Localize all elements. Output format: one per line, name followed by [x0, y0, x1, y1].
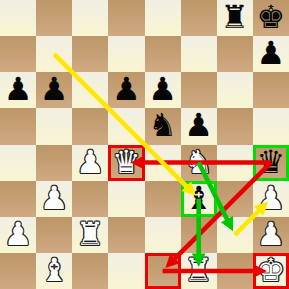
black-knight-e5[interactable]: ♞ — [148, 109, 177, 141]
chess-analysis-view: ♜♚♟♟♟♟♟♞♟♟♛♞♛♟♝♟♟♜♟♝♜♚ — [0, 0, 289, 289]
square-c4[interactable]: ♟ — [72, 145, 108, 181]
square-a7[interactable] — [0, 36, 36, 72]
square-a3[interactable] — [0, 181, 36, 217]
square-e1[interactable] — [145, 253, 181, 289]
black-queen-h4[interactable]: ♛ — [257, 146, 286, 178]
square-g4[interactable] — [217, 145, 253, 181]
square-a5[interactable] — [0, 108, 36, 144]
white-bishop-b1[interactable]: ♝ — [40, 254, 69, 286]
square-b8[interactable] — [36, 0, 72, 36]
square-h2[interactable]: ♟ — [253, 217, 289, 253]
square-g8[interactable]: ♜ — [217, 0, 253, 36]
square-f1[interactable]: ♜ — [181, 253, 217, 289]
square-e6[interactable]: ♟ — [145, 72, 181, 108]
black-pawn-d6[interactable]: ♟ — [112, 73, 141, 105]
square-f2[interactable] — [181, 217, 217, 253]
black-bishop-f3[interactable]: ♝ — [184, 182, 213, 214]
white-knight-f4[interactable]: ♞ — [184, 146, 213, 178]
square-e2[interactable] — [145, 217, 181, 253]
square-b5[interactable] — [36, 108, 72, 144]
square-h5[interactable] — [253, 108, 289, 144]
square-b7[interactable] — [36, 36, 72, 72]
square-d5[interactable] — [108, 108, 144, 144]
square-e4[interactable] — [145, 145, 181, 181]
square-b1[interactable]: ♝ — [36, 253, 72, 289]
square-c3[interactable] — [72, 181, 108, 217]
white-pawn-c4[interactable]: ♟ — [76, 146, 105, 178]
black-pawn-b6[interactable]: ♟ — [40, 73, 69, 105]
black-pawn-h7[interactable]: ♟ — [257, 37, 286, 69]
square-b6[interactable]: ♟ — [36, 72, 72, 108]
square-h4[interactable]: ♛ — [253, 145, 289, 181]
square-h8[interactable]: ♚ — [253, 0, 289, 36]
square-f4[interactable]: ♞ — [181, 145, 217, 181]
chess-board: ♜♚♟♟♟♟♟♞♟♟♛♞♛♟♝♟♟♜♟♝♜♚ — [0, 0, 289, 289]
black-rook-g8[interactable]: ♜ — [220, 1, 249, 33]
square-c6[interactable] — [72, 72, 108, 108]
black-pawn-e6[interactable]: ♟ — [148, 73, 177, 105]
square-g5[interactable] — [217, 108, 253, 144]
square-a8[interactable] — [0, 0, 36, 36]
square-e5[interactable]: ♞ — [145, 108, 181, 144]
white-queen-d4[interactable]: ♛ — [112, 146, 141, 178]
black-pawn-a6[interactable]: ♟ — [4, 73, 33, 105]
square-f6[interactable] — [181, 72, 217, 108]
black-pawn-f5[interactable]: ♟ — [184, 109, 213, 141]
black-king-h8[interactable]: ♚ — [257, 1, 286, 33]
square-c5[interactable] — [72, 108, 108, 144]
square-h7[interactable]: ♟ — [253, 36, 289, 72]
square-b3[interactable]: ♟ — [36, 181, 72, 217]
square-g6[interactable] — [217, 72, 253, 108]
square-g1[interactable] — [217, 253, 253, 289]
white-rook-f1[interactable]: ♜ — [184, 254, 213, 286]
white-pawn-a2[interactable]: ♟ — [4, 218, 33, 250]
square-d6[interactable]: ♟ — [108, 72, 144, 108]
square-e8[interactable] — [145, 0, 181, 36]
square-g7[interactable] — [217, 36, 253, 72]
white-pawn-b3[interactable]: ♟ — [40, 182, 69, 214]
square-f5[interactable]: ♟ — [181, 108, 217, 144]
square-f7[interactable] — [181, 36, 217, 72]
square-d7[interactable] — [108, 36, 144, 72]
square-e3[interactable] — [145, 181, 181, 217]
square-h3[interactable]: ♟ — [253, 181, 289, 217]
square-d3[interactable] — [108, 181, 144, 217]
square-a6[interactable]: ♟ — [0, 72, 36, 108]
square-g2[interactable] — [217, 217, 253, 253]
square-e7[interactable] — [145, 36, 181, 72]
square-g3[interactable] — [217, 181, 253, 217]
square-h6[interactable] — [253, 72, 289, 108]
square-f8[interactable] — [181, 0, 217, 36]
square-c1[interactable] — [72, 253, 108, 289]
white-king-h1[interactable]: ♚ — [257, 254, 286, 286]
square-a1[interactable] — [0, 253, 36, 289]
square-c7[interactable] — [72, 36, 108, 72]
white-pawn-h3[interactable]: ♟ — [257, 182, 286, 214]
square-b2[interactable] — [36, 217, 72, 253]
white-pawn-h2[interactable]: ♟ — [257, 218, 286, 250]
square-d1[interactable] — [108, 253, 144, 289]
square-h1[interactable]: ♚ — [253, 253, 289, 289]
square-a4[interactable] — [0, 145, 36, 181]
square-d2[interactable] — [108, 217, 144, 253]
square-f3[interactable]: ♝ — [181, 181, 217, 217]
white-rook-c2[interactable]: ♜ — [76, 218, 105, 250]
square-c8[interactable] — [72, 0, 108, 36]
square-d8[interactable] — [108, 0, 144, 36]
square-c2[interactable]: ♜ — [72, 217, 108, 253]
square-a2[interactable]: ♟ — [0, 217, 36, 253]
square-d4[interactable]: ♛ — [108, 145, 144, 181]
square-b4[interactable] — [36, 145, 72, 181]
